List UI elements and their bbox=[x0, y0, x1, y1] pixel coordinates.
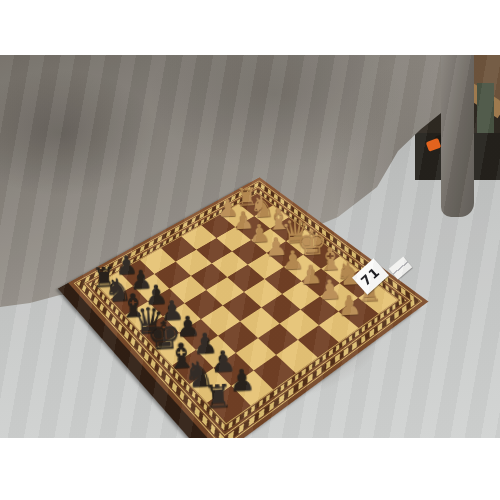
auction-photo: ♜♞♝♛♚♝♞♜♟♟♟♟♟♟♟♟♟♟♟♟♟♟♟♟♜♞♝♛♚♝♞♜ 71 bbox=[0, 0, 500, 500]
square-e4 bbox=[244, 279, 282, 307]
photo-area: ♜♞♝♛♚♝♞♜♟♟♟♟♟♟♟♟♟♟♟♟♟♟♟♟♜♞♝♛♚♝♞♜ 71 bbox=[0, 55, 500, 438]
backdrop-fold bbox=[441, 55, 474, 217]
piece-black-rook: ♜ bbox=[189, 379, 246, 413]
square-h2: ♟ bbox=[339, 298, 378, 328]
square-h8: ♜ bbox=[207, 386, 250, 423]
